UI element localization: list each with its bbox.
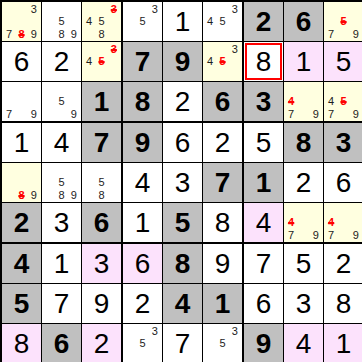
cell-r5c6[interactable]: 7: [203, 163, 242, 202]
pencil-slot: [15, 15, 27, 27]
box-5: 962437158: [123, 123, 242, 242]
given-digit: 2: [14, 209, 30, 237]
cell-r6c2[interactable]: 3: [42, 203, 81, 242]
cell-r4c2[interactable]: 4: [42, 123, 81, 162]
pencil-slot: [216, 325, 228, 337]
solved-digit: 4: [135, 169, 151, 197]
cell-r6c5[interactable]: 5: [163, 203, 202, 242]
pencil-marks: 35: [123, 324, 162, 362]
solved-digit: 6: [135, 250, 151, 278]
pencil-slot: [83, 189, 95, 201]
solved-digit: 1: [175, 8, 191, 36]
cell-r9c6[interactable]: 35: [203, 324, 242, 362]
box-8: 68924135735: [123, 244, 242, 362]
cell-r8c2[interactable]: 7: [42, 284, 81, 323]
given-digit: 8: [175, 250, 191, 278]
pencil-slot: [337, 28, 349, 40]
pencil-slot: [149, 15, 161, 27]
pencil-slot: [43, 15, 55, 27]
pencil-5: 5: [55, 95, 67, 107]
cell-r2c9[interactable]: 5: [324, 42, 362, 81]
solved-digit: 1: [14, 129, 30, 157]
box-3: 2657981534794579: [244, 2, 362, 121]
given-digit: 3: [336, 129, 352, 157]
pencil-slot: [28, 164, 40, 176]
given-digit: 6: [54, 330, 70, 358]
pencil-slot: [28, 176, 40, 188]
pencil-3: 3: [229, 3, 241, 15]
cell-r3c3[interactable]: 1: [82, 82, 121, 121]
pencil-slot: [297, 229, 309, 241]
pencil-slot: [124, 15, 136, 27]
cell-r5c2[interactable]: 589: [42, 163, 81, 202]
pencil-marks: 579: [324, 2, 362, 41]
solved-digit: 6: [256, 290, 272, 318]
cell-r5c3[interactable]: 58: [82, 163, 121, 202]
cell-r1c4[interactable]: 35: [123, 2, 162, 41]
pencil-slot: [3, 189, 15, 201]
given-digit: 2: [256, 8, 272, 36]
pencil-marks: 89: [2, 163, 41, 202]
pencil-slot: [108, 176, 120, 188]
pencil-slot: [83, 68, 95, 80]
solved-digit: 3: [296, 290, 312, 318]
pencil-slot: [310, 204, 322, 216]
pencil-slot: [15, 176, 27, 188]
pencil-slot: [55, 164, 67, 176]
pencil-slot: [350, 216, 362, 228]
pencil-slot: [28, 15, 40, 27]
pencil-slot: [204, 325, 216, 337]
cell-r1c7[interactable]: 2: [244, 2, 283, 41]
pencil-7: 7: [3, 108, 15, 120]
pencil-slot: [95, 3, 107, 15]
box-1: 378958934586234579591: [2, 2, 121, 121]
pencil-slot: [83, 176, 95, 188]
pencil-slot: [43, 108, 55, 120]
pencil-slot: [43, 3, 55, 15]
pencil-marks: 35: [203, 324, 242, 362]
cell-r7c1[interactable]: 4: [2, 244, 41, 283]
cell-r6c1[interactable]: 2: [2, 203, 41, 242]
solved-digit: 3: [94, 250, 110, 278]
solved-digit: 2: [296, 169, 312, 197]
pencil-slot: [108, 15, 120, 27]
pencil-slot: [337, 216, 349, 228]
box-4: 1478958958236: [2, 123, 121, 242]
pencil-8: 8: [95, 189, 107, 201]
cell-r8c4[interactable]: 2: [123, 284, 162, 323]
solved-digit: 1: [54, 250, 70, 278]
cell-r4c9[interactable]: 3: [324, 123, 362, 162]
pencil-5: 5: [95, 15, 107, 27]
solved-digit: 2: [94, 330, 110, 358]
pencil-slot: [108, 189, 120, 201]
given-digit: 8: [135, 88, 151, 116]
pencil-3: 3: [149, 3, 161, 15]
cell-r2c1[interactable]: 6: [2, 42, 41, 81]
pencil-slot: [136, 3, 148, 15]
cell-r8c9[interactable]: 8: [324, 284, 362, 323]
pencil-3: 3: [28, 3, 40, 15]
pencil-slot: [55, 83, 67, 95]
pencil-slot: [297, 83, 309, 95]
pencil-slot: [83, 164, 95, 176]
solved-digit: 1: [336, 330, 352, 358]
cell-r9c7[interactable]: 9: [244, 324, 283, 362]
pencil-slot: [15, 164, 27, 176]
pencil-marks: 345: [203, 2, 242, 41]
pencil-9: 9: [68, 189, 80, 201]
cell-r3c2[interactable]: 59: [42, 82, 81, 121]
solved-digit: 8: [256, 48, 272, 76]
pencil-slot: [229, 350, 241, 362]
solved-digit: 8: [336, 290, 352, 318]
cell-r5c4[interactable]: 4: [123, 163, 162, 202]
pencil-slot: [350, 204, 362, 216]
pencil-slot: [350, 3, 362, 15]
pencil-slot: [108, 28, 120, 40]
cell-r6c4[interactable]: 1: [123, 203, 162, 242]
pencil-slot: [149, 337, 161, 349]
pencil-slot: [124, 337, 136, 349]
solved-digit: 5: [296, 250, 312, 278]
pencil-marks: 4579: [324, 82, 362, 121]
pencil-slot: [229, 15, 241, 27]
cell-r8c8[interactable]: 3: [284, 284, 323, 323]
pencil-slot: [136, 325, 148, 337]
pencil-slot: [68, 15, 80, 27]
pencil-slot: [68, 176, 80, 188]
pencil-slot: [310, 95, 322, 107]
box-7: 413579862: [2, 244, 121, 362]
pencil-8: 8: [55, 28, 67, 40]
pencil-8-eliminated: 8: [15, 189, 27, 201]
pencil-slot: [350, 95, 362, 107]
pencil-slot: [337, 83, 349, 95]
pencil-marks: 345: [82, 42, 121, 81]
given-digit: 5: [14, 290, 30, 318]
pencil-slot: [350, 15, 362, 27]
pencil-marks: 479: [284, 203, 323, 242]
given-digit: 7: [215, 169, 231, 197]
pencil-3-eliminated: 3: [108, 43, 120, 55]
pencil-5-eliminated: 5: [216, 55, 228, 67]
pencil-slot: [68, 95, 80, 107]
pencil-slot: [310, 216, 322, 228]
pencil-slot: [15, 95, 27, 107]
pencil-slot: [83, 3, 95, 15]
cell-r9c9[interactable]: 1: [324, 324, 362, 362]
pencil-slot: [43, 164, 55, 176]
cell-r8c1[interactable]: 5: [2, 284, 41, 323]
cell-r8c5[interactable]: 4: [163, 284, 202, 323]
pencil-marks: 58: [82, 163, 121, 202]
pencil-slot: [149, 28, 161, 40]
pencil-9: 9: [28, 108, 40, 120]
cell-r5c1[interactable]: 89: [2, 163, 41, 202]
cell-r9c5[interactable]: 7: [163, 324, 202, 362]
cell-r2c7[interactable]: 8: [244, 42, 283, 81]
pencil-9: 9: [350, 28, 362, 40]
pencil-5-eliminated: 5: [337, 95, 349, 107]
cell-r6c9[interactable]: 479: [324, 203, 362, 242]
pencil-5-eliminated: 5: [337, 15, 349, 27]
cell-r5c8[interactable]: 2: [284, 163, 323, 202]
pencil-marks: 59: [42, 82, 81, 121]
solved-digit: 9: [94, 290, 110, 318]
cell-r4c4[interactable]: 9: [123, 123, 162, 162]
pencil-slot: [204, 3, 216, 15]
pencil-3: 3: [149, 325, 161, 337]
pencil-9: 9: [68, 108, 80, 120]
pencil-slot: [216, 28, 228, 40]
cell-r9c1[interactable]: 8: [2, 324, 41, 362]
cell-r3c9[interactable]: 4579: [324, 82, 362, 121]
solved-digit: 4: [256, 209, 272, 237]
cell-r3c6[interactable]: 6: [203, 82, 242, 121]
cell-r3c8[interactable]: 479: [284, 82, 323, 121]
pencil-slot: [337, 204, 349, 216]
pencil-9: 9: [350, 229, 362, 241]
pencil-slot: [55, 3, 67, 15]
cell-r1c8[interactable]: 6: [284, 2, 323, 41]
pencil-9: 9: [28, 28, 40, 40]
pencil-slot: [216, 43, 228, 55]
pencil-marks: 79: [2, 82, 41, 121]
pencil-4: 4: [204, 15, 216, 27]
pencil-slot: [95, 164, 107, 176]
pencil-slot: [124, 3, 136, 15]
cell-r9c3[interactable]: 2: [82, 324, 121, 362]
pencil-slot: [28, 95, 40, 107]
cell-r6c7[interactable]: 4: [244, 203, 283, 242]
pencil-slot: [55, 108, 67, 120]
solved-digit: 4: [54, 129, 70, 157]
cell-r3c5[interactable]: 2: [163, 82, 202, 121]
solved-digit: 6: [175, 129, 191, 157]
cell-r1c2[interactable]: 589: [42, 2, 81, 41]
pencil-slot: [297, 108, 309, 120]
pencil-slot: [297, 95, 309, 107]
box-9: 752638941: [244, 244, 362, 362]
cell-r3c4[interactable]: 8: [123, 82, 162, 121]
cell-r1c1[interactable]: 3789: [2, 2, 41, 41]
cell-r4c1[interactable]: 1: [2, 123, 41, 162]
cell-r7c2[interactable]: 1: [42, 244, 81, 283]
solved-digit: 5: [336, 48, 352, 76]
cell-r9c4[interactable]: 35: [123, 324, 162, 362]
pencil-slot: [43, 189, 55, 201]
solved-digit: 3: [175, 169, 191, 197]
solved-digit: 5: [256, 129, 272, 157]
pencil-5: 5: [216, 15, 228, 27]
pencil-slot: [204, 43, 216, 55]
pencil-5: 5: [95, 176, 107, 188]
cell-r9c8[interactable]: 4: [284, 324, 323, 362]
given-digit: 1: [256, 169, 272, 197]
pencil-marks: 35: [123, 2, 162, 41]
pencil-slot: [229, 28, 241, 40]
pencil-slot: [3, 176, 15, 188]
box-2: 35134579345826: [123, 2, 242, 121]
pencil-slot: [229, 68, 241, 80]
pencil-3-eliminated: 3: [108, 3, 120, 15]
pencil-slot: [83, 43, 95, 55]
pencil-slot: [325, 15, 337, 27]
pencil-slot: [83, 28, 95, 40]
pencil-slot: [108, 55, 120, 67]
pencil-slot: [136, 350, 148, 362]
pencil-slot: [285, 204, 297, 216]
cell-r7c4[interactable]: 6: [123, 244, 162, 283]
cell-r1c9[interactable]: 579: [324, 2, 362, 41]
cell-r2c8[interactable]: 1: [284, 42, 323, 81]
pencil-marks: 479: [284, 82, 323, 121]
given-digit: 6: [215, 88, 231, 116]
pencil-marks: 589: [42, 2, 81, 41]
pencil-9: 9: [28, 189, 40, 201]
pencil-7: 7: [325, 108, 337, 120]
cell-r2c4[interactable]: 7: [123, 42, 162, 81]
solved-digit: 8: [215, 209, 231, 237]
pencil-4: 4: [325, 95, 337, 107]
cell-r4c3[interactable]: 7: [82, 123, 121, 162]
given-digit: 9: [256, 330, 272, 358]
cell-r7c7[interactable]: 7: [244, 244, 283, 283]
pencil-slot: [216, 68, 228, 80]
cell-r1c3[interactable]: 3458: [82, 2, 121, 41]
pencil-slot: [15, 83, 27, 95]
cell-r2c6[interactable]: 345: [203, 42, 242, 81]
pencil-5: 5: [136, 15, 148, 27]
cell-r6c8[interactable]: 479: [284, 203, 323, 242]
solved-digit: 7: [175, 330, 191, 358]
pencil-8: 8: [95, 28, 107, 40]
pencil-slot: [124, 28, 136, 40]
pencil-slot: [325, 83, 337, 95]
pencil-slot: [15, 3, 27, 15]
cell-r5c9[interactable]: 6: [324, 163, 362, 202]
cell-r2c3[interactable]: 345: [82, 42, 121, 81]
cell-r7c8[interactable]: 5: [284, 244, 323, 283]
pencil-slot: [43, 28, 55, 40]
pencil-slot: [297, 216, 309, 228]
pencil-slot: [3, 95, 15, 107]
cell-r7c6[interactable]: 9: [203, 244, 242, 283]
pencil-slot: [285, 83, 297, 95]
cell-r9c2[interactable]: 6: [42, 324, 81, 362]
given-digit: 7: [135, 48, 151, 76]
given-digit: 7: [94, 129, 110, 157]
pencil-marks: 479: [324, 203, 362, 242]
cell-r4c7[interactable]: 5: [244, 123, 283, 162]
pencil-slot: [204, 337, 216, 349]
given-digit: 4: [14, 250, 30, 278]
box-6: 5831264479479: [244, 123, 362, 242]
pencil-5: 5: [55, 176, 67, 188]
pencil-slot: [325, 204, 337, 216]
pencil-slot: [216, 3, 228, 15]
solved-digit: 7: [256, 250, 272, 278]
pencil-4-eliminated: 4: [285, 216, 297, 228]
given-digit: 6: [94, 209, 110, 237]
solved-digit: 2: [54, 48, 70, 76]
pencil-slot: [43, 95, 55, 107]
cell-r6c3[interactable]: 6: [82, 203, 121, 242]
pencil-slot: [216, 350, 228, 362]
pencil-marks: 589: [42, 163, 81, 202]
cell-r3c1[interactable]: 79: [2, 82, 41, 121]
pencil-slot: [3, 3, 15, 15]
pencil-5-eliminated: 5: [95, 55, 107, 67]
cell-r1c5[interactable]: 1: [163, 2, 202, 41]
cell-r1c6[interactable]: 345: [203, 2, 242, 41]
pencil-slot: [108, 164, 120, 176]
pencil-slot: [337, 108, 349, 120]
sudoku-board: 3789589345862345795913513457934582626579…: [0, 0, 362, 362]
pencil-slot: [124, 325, 136, 337]
pencil-slot: [124, 350, 136, 362]
cell-r7c3[interactable]: 3: [82, 244, 121, 283]
solved-digit: 6: [14, 48, 30, 76]
pencil-3: 3: [229, 325, 241, 337]
cell-r3c7[interactable]: 3: [244, 82, 283, 121]
cell-r8c7[interactable]: 6: [244, 284, 283, 323]
cell-r4c5[interactable]: 6: [163, 123, 202, 162]
cell-r7c9[interactable]: 2: [324, 244, 362, 283]
pencil-5: 5: [136, 337, 148, 349]
cell-r8c3[interactable]: 9: [82, 284, 121, 323]
pencil-slot: [95, 43, 107, 55]
given-digit: 4: [175, 290, 191, 318]
cell-r2c2[interactable]: 2: [42, 42, 81, 81]
solved-digit: 6: [336, 169, 352, 197]
pencil-slot: [28, 83, 40, 95]
solved-digit: 1: [135, 209, 151, 237]
cell-r6c6[interactable]: 8: [203, 203, 242, 242]
pencil-slot: [149, 350, 161, 362]
solved-digit: 4: [296, 330, 312, 358]
pencil-slot: [297, 204, 309, 216]
pencil-7: 7: [285, 108, 297, 120]
pencil-slot: [3, 83, 15, 95]
pencil-slot: [43, 83, 55, 95]
given-digit: 1: [94, 88, 110, 116]
pencil-slot: [204, 350, 216, 362]
pencil-8-eliminated: 8: [15, 28, 27, 40]
pencil-slot: [95, 68, 107, 80]
cell-r5c7[interactable]: 1: [244, 163, 283, 202]
pencil-7: 7: [3, 28, 15, 40]
pencil-slot: [3, 164, 15, 176]
pencil-9: 9: [310, 229, 322, 241]
pencil-marks: 3789: [2, 2, 41, 41]
pencil-slot: [350, 83, 362, 95]
pencil-slot: [325, 3, 337, 15]
cell-r5c5[interactable]: 3: [163, 163, 202, 202]
cell-r7c5[interactable]: 8: [163, 244, 202, 283]
given-digit: 6: [296, 8, 312, 36]
cell-r2c5[interactable]: 9: [163, 42, 202, 81]
cell-r8c6[interactable]: 1: [203, 284, 242, 323]
cell-r4c8[interactable]: 8: [284, 123, 323, 162]
pencil-5: 5: [55, 15, 67, 27]
cell-r4c6[interactable]: 2: [203, 123, 242, 162]
solved-digit: 3: [54, 209, 70, 237]
given-digit: 9: [135, 129, 151, 157]
solved-digit: 2: [336, 250, 352, 278]
